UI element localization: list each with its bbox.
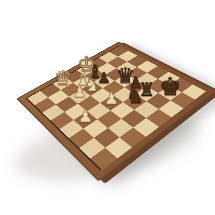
chess-set-photo: ♚♛♝♞♟♟♟♚♛♜♝♞♟♟ <box>0 0 215 215</box>
